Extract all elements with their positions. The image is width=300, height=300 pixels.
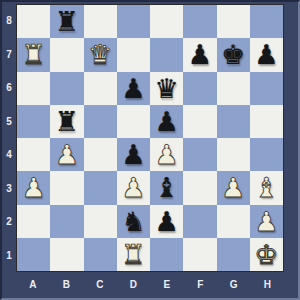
square-b4[interactable]: ♟ [50, 138, 83, 171]
square-f4[interactable] [183, 138, 216, 171]
piece-white-pawn[interactable]: ♟ [121, 171, 145, 204]
square-e5[interactable]: ♟ [150, 105, 183, 138]
square-g6[interactable] [217, 72, 250, 105]
square-a8[interactable] [17, 5, 50, 38]
square-c5[interactable] [84, 105, 117, 138]
rank-label-3: 3 [2, 172, 16, 206]
square-a4[interactable] [17, 138, 50, 171]
square-d7[interactable] [117, 38, 150, 71]
rank-labels: 87654321 [2, 4, 16, 272]
square-a2[interactable] [17, 205, 50, 238]
file-label-d: D [117, 272, 151, 296]
square-b8[interactable]: ♜ [50, 5, 83, 38]
square-e2[interactable]: ♟ [150, 205, 183, 238]
square-b6[interactable] [50, 72, 83, 105]
piece-black-pawn[interactable]: ♟ [121, 138, 145, 171]
piece-white-pawn[interactable]: ♟ [155, 138, 179, 171]
file-label-h: H [251, 272, 285, 296]
rank-label-8: 8 [2, 4, 16, 38]
square-a7[interactable]: ♜ [17, 38, 50, 71]
square-g2[interactable] [217, 205, 250, 238]
piece-white-rook[interactable]: ♜ [22, 38, 46, 71]
square-c2[interactable] [84, 205, 117, 238]
square-c1[interactable] [84, 238, 117, 271]
file-label-c: C [83, 272, 117, 296]
square-b1[interactable] [50, 238, 83, 271]
piece-white-rook[interactable]: ♜ [121, 238, 145, 271]
piece-black-pawn[interactable]: ♟ [254, 38, 278, 71]
square-a6[interactable] [17, 72, 50, 105]
square-h5[interactable] [250, 105, 283, 138]
square-g7[interactable]: ♚ [217, 38, 250, 71]
square-e4[interactable]: ♟ [150, 138, 183, 171]
square-d6[interactable]: ♟ [117, 72, 150, 105]
piece-white-pawn[interactable]: ♟ [22, 171, 46, 204]
square-e6[interactable]: ♛ [150, 72, 183, 105]
square-d4[interactable]: ♟ [117, 138, 150, 171]
square-d8[interactable] [117, 5, 150, 38]
square-d1[interactable]: ♜ [117, 238, 150, 271]
square-a1[interactable] [17, 238, 50, 271]
square-h2[interactable]: ♟ [250, 205, 283, 238]
square-g1[interactable] [217, 238, 250, 271]
square-f2[interactable] [183, 205, 216, 238]
piece-white-pawn[interactable]: ♟ [55, 138, 79, 171]
square-f3[interactable] [183, 171, 216, 204]
chess-board: ♜♜♛♟♚♟♟♛♜♟♟♟♟♟♟♝♟♝♞♟♟♜♚ [16, 4, 284, 272]
rank-label-2: 2 [2, 205, 16, 239]
square-a3[interactable]: ♟ [17, 171, 50, 204]
piece-black-rook[interactable]: ♜ [55, 105, 79, 138]
rank-label-1: 1 [2, 239, 16, 273]
square-h8[interactable] [250, 5, 283, 38]
square-b5[interactable]: ♜ [50, 105, 83, 138]
square-g4[interactable] [217, 138, 250, 171]
square-b2[interactable] [50, 205, 83, 238]
square-h4[interactable] [250, 138, 283, 171]
square-d5[interactable] [117, 105, 150, 138]
square-e3[interactable]: ♝ [150, 171, 183, 204]
square-c4[interactable] [84, 138, 117, 171]
square-h1[interactable]: ♚ [250, 238, 283, 271]
piece-black-king[interactable]: ♚ [221, 38, 245, 71]
square-f7[interactable]: ♟ [183, 38, 216, 71]
rank-label-4: 4 [2, 138, 16, 172]
piece-white-pawn[interactable]: ♟ [254, 205, 278, 238]
rank-label-7: 7 [2, 38, 16, 72]
rank-label-6: 6 [2, 71, 16, 105]
file-label-e: E [150, 272, 184, 296]
file-label-g: G [217, 272, 251, 296]
file-labels: ABCDEFGH [16, 272, 284, 296]
square-h3[interactable]: ♝ [250, 171, 283, 204]
piece-white-pawn[interactable]: ♟ [221, 171, 245, 204]
piece-white-queen[interactable]: ♛ [88, 38, 112, 71]
piece-white-king[interactable]: ♚ [254, 238, 278, 271]
piece-black-pawn[interactable]: ♟ [155, 205, 179, 238]
square-h7[interactable]: ♟ [250, 38, 283, 71]
square-d2[interactable]: ♞ [117, 205, 150, 238]
piece-black-knight[interactable]: ♞ [121, 205, 145, 238]
piece-black-queen[interactable]: ♛ [155, 72, 179, 105]
chess-board-frame: 87654321 ♜♜♛♟♚♟♟♛♜♟♟♟♟♟♟♝♟♝♞♟♟♜♚ ABCDEFG… [0, 0, 300, 300]
file-label-b: B [50, 272, 84, 296]
piece-black-pawn[interactable]: ♟ [188, 38, 212, 71]
square-h6[interactable] [250, 72, 283, 105]
piece-white-bishop[interactable]: ♝ [254, 171, 278, 204]
square-e8[interactable] [150, 5, 183, 38]
square-e1[interactable] [150, 238, 183, 271]
rank-label-5: 5 [2, 105, 16, 139]
square-d3[interactable]: ♟ [117, 171, 150, 204]
piece-black-bishop[interactable]: ♝ [155, 171, 179, 204]
piece-black-pawn[interactable]: ♟ [121, 72, 145, 105]
square-e7[interactable] [150, 38, 183, 71]
piece-black-pawn[interactable]: ♟ [155, 105, 179, 138]
file-label-a: A [16, 272, 50, 296]
square-f5[interactable] [183, 105, 216, 138]
square-c3[interactable] [84, 171, 117, 204]
square-g8[interactable] [217, 5, 250, 38]
square-c6[interactable] [84, 72, 117, 105]
square-f8[interactable] [183, 5, 216, 38]
square-b7[interactable] [50, 38, 83, 71]
square-f1[interactable] [183, 238, 216, 271]
piece-black-rook[interactable]: ♜ [55, 5, 79, 38]
square-c7[interactable]: ♛ [84, 38, 117, 71]
square-f6[interactable] [183, 72, 216, 105]
square-g3[interactable]: ♟ [217, 171, 250, 204]
square-c8[interactable] [84, 5, 117, 38]
square-a5[interactable] [17, 105, 50, 138]
square-g5[interactable] [217, 105, 250, 138]
square-b3[interactable] [50, 171, 83, 204]
file-label-f: F [184, 272, 218, 296]
